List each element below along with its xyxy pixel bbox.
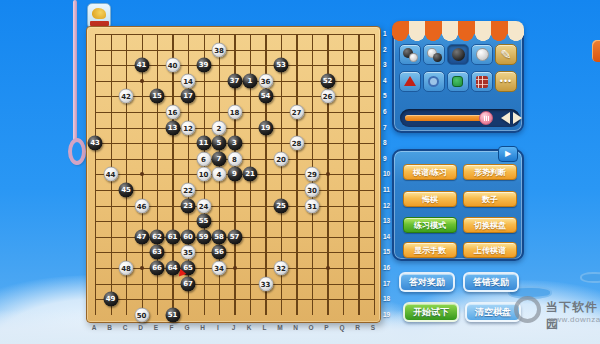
column-label-P: P xyxy=(324,324,328,331)
alternate-black-first-icon[interactable] xyxy=(399,44,421,65)
column-label-C: C xyxy=(123,324,128,331)
column-label-A: A xyxy=(92,324,97,331)
stone-white-16[interactable]: 16 xyxy=(165,105,180,120)
panel-button-8[interactable]: 上传棋谱 xyxy=(463,242,517,258)
triangle-marker-icon[interactable] xyxy=(399,71,421,92)
panel-button-3[interactable]: 悔棋 xyxy=(403,191,457,207)
column-label-N: N xyxy=(293,324,298,331)
stone-black-19[interactable]: 19 xyxy=(258,120,273,135)
stone-white-4[interactable]: 4 xyxy=(212,167,227,182)
panel-button-1[interactable]: 棋谱/练习 xyxy=(403,164,457,180)
stone-white-31[interactable]: 31 xyxy=(305,198,320,213)
move-slider[interactable] xyxy=(400,109,520,127)
column-label-H: H xyxy=(200,324,205,331)
watermark-logo-icon xyxy=(514,296,541,323)
stone-black-63[interactable]: 63 xyxy=(150,245,165,260)
stone-white-28[interactable]: 28 xyxy=(289,136,304,151)
action-panel: ▶ 棋谱/练习形势判断悔棋数子练习模式切换棋盘显示手数上传棋谱 xyxy=(392,149,524,261)
stone-black-37[interactable]: 37 xyxy=(227,73,242,88)
column-label-Q: Q xyxy=(339,324,344,331)
stone-black-41[interactable]: 41 xyxy=(134,58,149,73)
column-label-L: L xyxy=(263,324,267,331)
watermark-url: www.downza.cn xyxy=(549,315,600,324)
previous-move-icon[interactable] xyxy=(501,112,510,124)
slider-track[interactable] xyxy=(405,115,486,121)
row-label-2: 2 xyxy=(383,45,387,52)
bird-logo-icon xyxy=(92,8,106,19)
bottom-button-3[interactable]: 开始试下 xyxy=(403,302,459,322)
bottom-button-4[interactable]: 清空棋盘 xyxy=(465,302,521,322)
stone-black-25[interactable]: 25 xyxy=(274,198,289,213)
stone-white-40[interactable]: 40 xyxy=(165,58,180,73)
column-label-S: S xyxy=(371,324,375,331)
stone-black-59[interactable]: 59 xyxy=(196,229,211,244)
stone-black-56[interactable]: 56 xyxy=(212,245,227,260)
stone-white-26[interactable]: 26 xyxy=(320,89,335,104)
square-marker-icon[interactable] xyxy=(447,71,469,92)
stone-white-10[interactable]: 10 xyxy=(196,167,211,182)
awning-scallops xyxy=(392,33,524,42)
row-label-12: 12 xyxy=(383,201,390,208)
row-label-5: 5 xyxy=(383,92,387,99)
row-label-19: 19 xyxy=(383,310,390,317)
stone-white-36[interactable]: 36 xyxy=(258,73,273,88)
column-label-M: M xyxy=(277,324,282,331)
stone-white-20[interactable]: 20 xyxy=(274,151,289,166)
stone-black-13[interactable]: 13 xyxy=(165,120,180,135)
column-label-E: E xyxy=(154,324,158,331)
hanging-cord xyxy=(73,0,77,142)
bottom-button-1[interactable]: 答对奖励 xyxy=(399,272,455,292)
stone-black-51[interactable]: 51 xyxy=(165,307,180,322)
stone-black-21[interactable]: 21 xyxy=(243,167,258,182)
stone-white-12[interactable]: 12 xyxy=(181,120,196,135)
stone-white-33[interactable]: 33 xyxy=(258,276,273,291)
star-point xyxy=(140,172,144,176)
pencil-icon[interactable]: ✎ xyxy=(495,44,517,65)
row-label-14: 14 xyxy=(383,232,390,239)
stone-black-47[interactable]: 47 xyxy=(134,229,149,244)
stamp-icon[interactable] xyxy=(471,71,493,92)
column-label-R: R xyxy=(355,324,360,331)
stone-white-2[interactable]: 2 xyxy=(212,120,227,135)
more-icon[interactable]: ••• xyxy=(495,71,517,92)
stone-white-38[interactable]: 38 xyxy=(212,42,227,57)
stone-black-3[interactable]: 3 xyxy=(227,136,242,151)
column-label-D: D xyxy=(138,324,143,331)
hanging-cord-loop xyxy=(68,138,86,165)
collapse-panel-button[interactable]: ▶ xyxy=(498,146,518,162)
stone-black-54[interactable]: 54 xyxy=(258,89,273,104)
stone-white-42[interactable]: 42 xyxy=(119,89,134,104)
stone-white-18[interactable]: 18 xyxy=(227,105,242,120)
stone-white-27[interactable]: 27 xyxy=(289,105,304,120)
panel-button-7[interactable]: 显示手数 xyxy=(403,242,457,258)
stone-black-5[interactable]: 5 xyxy=(212,136,227,151)
row-label-3: 3 xyxy=(383,61,387,68)
bottom-button-2[interactable]: 答错奖励 xyxy=(463,272,519,292)
board-grid[interactable]: 1234567891011121314151617181920212223242… xyxy=(95,34,375,315)
stone-white-30[interactable]: 30 xyxy=(305,183,320,198)
star-point xyxy=(326,266,330,270)
stone-white-35[interactable]: 35 xyxy=(181,245,196,260)
stone-black-1[interactable]: 1 xyxy=(243,73,258,88)
blue-cloud-decor xyxy=(580,272,600,283)
stone-black-60[interactable]: 60 xyxy=(181,229,196,244)
stone-white-14[interactable]: 14 xyxy=(181,73,196,88)
column-label-F: F xyxy=(170,324,174,331)
tool-panel: ✎••• xyxy=(392,21,524,133)
row-label-18: 18 xyxy=(383,295,390,302)
panel-button-4[interactable]: 数子 xyxy=(463,191,517,207)
stone-black-61[interactable]: 61 xyxy=(165,229,180,244)
row-label-4: 4 xyxy=(383,76,387,83)
stone-black-7[interactable]: 7 xyxy=(212,151,227,166)
stone-black-67[interactable]: 67 xyxy=(181,276,196,291)
column-label-B: B xyxy=(107,324,112,331)
stone-white-32[interactable]: 32 xyxy=(274,261,289,276)
black-stone-icon[interactable] xyxy=(447,44,469,65)
stone-black-52[interactable]: 52 xyxy=(320,73,335,88)
stone-black-9[interactable]: 9 xyxy=(227,167,242,182)
row-label-17: 17 xyxy=(383,279,390,286)
stone-black-23[interactable]: 23 xyxy=(181,198,196,213)
stone-white-46[interactable]: 46 xyxy=(134,198,149,213)
stone-white-29[interactable]: 29 xyxy=(305,167,320,182)
star-point xyxy=(140,79,144,83)
column-label-O: O xyxy=(308,324,313,331)
row-label-1: 1 xyxy=(383,30,387,37)
stone-black-45[interactable]: 45 xyxy=(119,183,134,198)
stone-white-34[interactable]: 34 xyxy=(212,261,227,276)
stone-black-53[interactable]: 53 xyxy=(274,58,289,73)
stone-white-48[interactable]: 48 xyxy=(119,261,134,276)
circle-marker-icon[interactable] xyxy=(423,71,445,92)
stone-white-6[interactable]: 6 xyxy=(196,151,211,166)
stone-black-62[interactable]: 62 xyxy=(150,229,165,244)
stone-black-43[interactable]: 43 xyxy=(88,136,103,151)
stone-white-44[interactable]: 44 xyxy=(103,167,118,182)
panel-button-2[interactable]: 形势判断 xyxy=(463,164,517,180)
stone-black-57[interactable]: 57 xyxy=(227,229,242,244)
stone-black-49[interactable]: 49 xyxy=(103,292,118,307)
alternate-white-first-icon[interactable] xyxy=(423,44,445,65)
white-stone-icon[interactable] xyxy=(471,44,493,65)
stone-white-50[interactable]: 50 xyxy=(134,307,149,322)
row-label-13: 13 xyxy=(383,217,390,224)
column-label-I: I xyxy=(217,324,219,331)
row-label-16: 16 xyxy=(383,264,390,271)
stone-black-17[interactable]: 17 xyxy=(181,89,196,104)
orange-tab-decor xyxy=(592,40,600,62)
stone-white-8[interactable]: 8 xyxy=(227,151,242,166)
stone-black-11[interactable]: 11 xyxy=(196,136,211,151)
column-label-G: G xyxy=(184,324,189,331)
row-label-15: 15 xyxy=(383,248,390,255)
stone-white-24[interactable]: 24 xyxy=(196,198,211,213)
row-label-11: 11 xyxy=(383,186,390,193)
panel-button-5[interactable]: 练习模式 xyxy=(403,217,457,233)
row-label-9: 9 xyxy=(383,154,387,161)
stone-black-39[interactable]: 39 xyxy=(196,58,211,73)
slider-knob-icon[interactable] xyxy=(479,111,493,125)
next-move-icon[interactable] xyxy=(513,112,522,124)
stone-black-58[interactable]: 58 xyxy=(212,229,227,244)
star-point xyxy=(140,266,144,270)
panel-button-6[interactable]: 切换棋盘 xyxy=(463,217,517,233)
row-label-8: 8 xyxy=(383,139,387,146)
stone-black-15[interactable]: 15 xyxy=(150,89,165,104)
row-label-7: 7 xyxy=(383,123,387,130)
stone-black-55[interactable]: 55 xyxy=(196,214,211,229)
stone-white-22[interactable]: 22 xyxy=(181,183,196,198)
star-point xyxy=(233,266,237,270)
column-label-K: K xyxy=(247,324,252,331)
row-label-10: 10 xyxy=(383,170,390,177)
star-point xyxy=(326,172,330,176)
stone-black-66[interactable]: 66 xyxy=(150,261,165,276)
row-label-6: 6 xyxy=(383,108,387,115)
column-label-J: J xyxy=(232,324,236,331)
go-board[interactable]: 1234567891011121314151617181920212223242… xyxy=(86,26,381,323)
